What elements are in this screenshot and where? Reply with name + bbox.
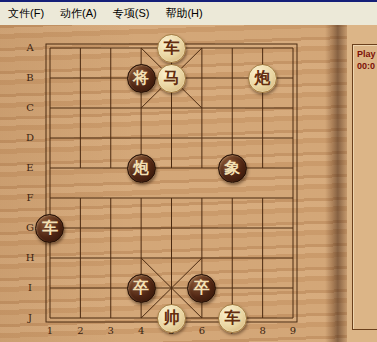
- red-general-j5[interactable]: 帅: [157, 304, 186, 333]
- black-general-b4[interactable]: 将: [127, 64, 156, 93]
- red-horse-b5[interactable]: 马: [157, 64, 186, 93]
- wood-seam-divider: [325, 25, 347, 342]
- menu-item-special[interactable]: 专项(S): [105, 2, 158, 25]
- player-label: Play: [357, 48, 377, 60]
- black-cannon-e4[interactable]: 炮: [127, 154, 156, 183]
- red-cannon-b8[interactable]: 炮: [248, 64, 277, 93]
- side-panel: Play 00:0: [347, 25, 377, 342]
- player-clock: 00:0: [357, 60, 377, 72]
- red-chariot-j7[interactable]: 车: [218, 304, 247, 333]
- menu-item-file[interactable]: 文件(F): [0, 2, 52, 25]
- xiangqi-app-window: 文件(F)动作(A)专项(S)帮助(H) 车将马炮炮象车卒卒帅车 Play 00…: [0, 0, 377, 342]
- black-pawn-i4[interactable]: 卒: [127, 274, 156, 303]
- black-pawn-i6[interactable]: 卒: [187, 274, 216, 303]
- black-elephant-e7[interactable]: 象: [218, 154, 247, 183]
- board-area: 车将马炮炮象车卒卒帅车 Play 00:0 ABCDEFGHIJ12345678…: [0, 25, 377, 342]
- menubar: 文件(F)动作(A)专项(S)帮助(H): [0, 2, 377, 25]
- xiangqi-board-grid[interactable]: 车将马炮炮象车卒卒帅车: [35, 33, 308, 333]
- menu-item-help[interactable]: 帮助(H): [157, 2, 210, 25]
- player-info-box: Play 00:0: [352, 44, 377, 330]
- red-chariot-a5[interactable]: 车: [157, 34, 186, 63]
- black-chariot-g1[interactable]: 车: [35, 214, 64, 243]
- menu-item-action[interactable]: 动作(A): [52, 2, 105, 25]
